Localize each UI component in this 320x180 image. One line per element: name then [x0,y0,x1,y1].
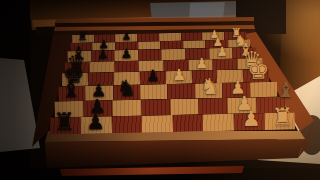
piece-black-rook-h8: ♜ [53,109,75,134]
piece-black-pawn-e5: ♟ [146,69,160,85]
captured-white-bishop: ♝ [277,80,296,101]
piece-white-pawn-d3: ♟ [195,56,208,70]
piece-black-pawn-h7: ♟ [86,112,105,133]
piece-black-rook-a8: ♜ [77,30,88,42]
piece-black-pawn-c7: ♟ [97,48,109,61]
piece-white-knight-f3: ♞ [200,76,220,98]
piece-black-pawn-c6: ♟ [121,47,133,60]
piece-black-knight-f6: ♞ [116,78,136,100]
piece-black-bishop-f8: ♝ [60,78,81,101]
piece-black-pawn-a6: ♟ [122,31,132,42]
chessboard: ♜♝♛♚♝♜♟♟♟♟♟♟♟♞♟♟♟♞♟♟♟♟♟♟♜♞♝♛♚♜ [0,0,320,180]
pieces-layer: ♜♝♛♚♝♜♟♟♟♟♟♟♟♞♟♟♟♞♟♟♟♟♟♟♜♞♝♛♚♜ [0,0,320,180]
photo-scene: ♜♝♛♚♝♜♟♟♟♟♟♟♟♞♟♟♟♞♟♟♟♟♟♟♜♞♝♛♚♜ ♝ [0,0,320,180]
piece-white-rook-h1: ♜ [271,105,293,130]
piece-white-pawn-h2: ♟ [242,108,261,129]
piece-white-king-e1: ♚ [247,58,270,83]
piece-white-pawn-e4: ♟ [172,68,186,84]
piece-white-pawn-c2: ♟ [216,45,228,58]
